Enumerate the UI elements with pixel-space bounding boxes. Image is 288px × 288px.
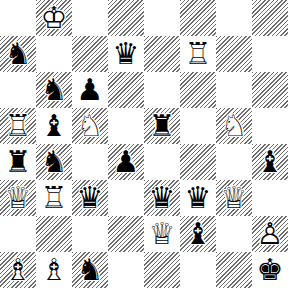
black-knight-glyph: ♞ <box>36 72 72 108</box>
square-a3[interactable]: ♛♕ <box>0 180 36 216</box>
square-d4[interactable]: ♟♟ <box>108 144 144 180</box>
black-rook-glyph: ♜ <box>144 108 180 144</box>
square-a2[interactable] <box>0 216 36 252</box>
square-b5[interactable]: ♝♝ <box>36 108 72 144</box>
square-a8[interactable] <box>0 0 36 36</box>
square-d6[interactable] <box>108 72 144 108</box>
white-bishop-glyph: ♗ <box>36 252 72 288</box>
white-queen-glyph: ♕ <box>0 180 36 216</box>
black-knight-glyph: ♞ <box>36 144 72 180</box>
black-queen-glyph: ♛ <box>180 180 216 216</box>
square-b7[interactable] <box>36 36 72 72</box>
square-c4[interactable] <box>72 144 108 180</box>
black-rook-icon: ♜♜ <box>144 108 180 144</box>
square-g5[interactable]: ♞♘ <box>216 108 252 144</box>
square-a5[interactable]: ♜♖ <box>0 108 36 144</box>
square-h1[interactable]: ♚♚ <box>252 252 288 288</box>
black-knight-glyph: ♞ <box>72 252 108 288</box>
square-c3[interactable]: ♛♛ <box>72 180 108 216</box>
black-bishop-glyph: ♝ <box>252 144 288 180</box>
square-d7[interactable]: ♛♛ <box>108 36 144 72</box>
square-h7[interactable] <box>252 36 288 72</box>
square-e3[interactable]: ♛♛ <box>144 180 180 216</box>
black-bishop-glyph: ♝ <box>180 216 216 252</box>
black-pawn-glyph: ♟ <box>108 144 144 180</box>
square-e1[interactable] <box>144 252 180 288</box>
square-g4[interactable] <box>216 144 252 180</box>
black-knight-icon: ♞♞ <box>0 36 36 72</box>
white-rook-icon: ♜♖ <box>0 108 36 144</box>
black-bishop-icon: ♝♝ <box>180 216 216 252</box>
black-pawn-icon: ♟♟ <box>108 144 144 180</box>
black-knight-glyph: ♞ <box>0 36 36 72</box>
white-knight-glyph: ♘ <box>72 108 108 144</box>
black-king-glyph: ♚ <box>252 252 288 288</box>
chess-board: ♚♔♞♞♛♛♜♖♞♞♟♟♜♖♝♝♞♘♜♜♞♘♜♜♞♞♟♟♝♝♛♕♜♖♛♛♛♛♛♛… <box>0 0 288 288</box>
square-e8[interactable] <box>144 0 180 36</box>
square-f3[interactable]: ♛♛ <box>180 180 216 216</box>
black-knight-icon: ♞♞ <box>36 72 72 108</box>
white-rook-glyph: ♖ <box>0 108 36 144</box>
square-d5[interactable] <box>108 108 144 144</box>
square-b2[interactable] <box>36 216 72 252</box>
square-g6[interactable] <box>216 72 252 108</box>
white-queen-glyph: ♕ <box>216 180 252 216</box>
square-h3[interactable] <box>252 180 288 216</box>
white-rook-glyph: ♖ <box>180 36 216 72</box>
square-a1[interactable]: ♝♗ <box>0 252 36 288</box>
white-rook-glyph: ♖ <box>36 180 72 216</box>
black-knight-icon: ♞♞ <box>36 144 72 180</box>
square-e4[interactable] <box>144 144 180 180</box>
square-e6[interactable] <box>144 72 180 108</box>
square-f6[interactable] <box>180 72 216 108</box>
white-pawn-glyph: ♙ <box>252 216 288 252</box>
white-pawn-icon: ♟♙ <box>252 216 288 252</box>
square-f4[interactable] <box>180 144 216 180</box>
square-h4[interactable]: ♝♝ <box>252 144 288 180</box>
black-queen-icon: ♛♛ <box>108 36 144 72</box>
black-bishop-icon: ♝♝ <box>36 108 72 144</box>
square-a7[interactable]: ♞♞ <box>0 36 36 72</box>
square-c2[interactable] <box>72 216 108 252</box>
white-knight-icon: ♞♘ <box>72 108 108 144</box>
black-pawn-icon: ♟♟ <box>72 72 108 108</box>
square-a4[interactable]: ♜♜ <box>0 144 36 180</box>
square-b8[interactable]: ♚♔ <box>36 0 72 36</box>
square-c1[interactable]: ♞♞ <box>72 252 108 288</box>
square-b3[interactable]: ♜♖ <box>36 180 72 216</box>
square-f1[interactable] <box>180 252 216 288</box>
square-g8[interactable] <box>216 0 252 36</box>
square-g2[interactable] <box>216 216 252 252</box>
square-f2[interactable]: ♝♝ <box>180 216 216 252</box>
black-rook-glyph: ♜ <box>0 144 36 180</box>
square-d2[interactable] <box>108 216 144 252</box>
black-bishop-icon: ♝♝ <box>252 144 288 180</box>
black-king-icon: ♚♚ <box>252 252 288 288</box>
square-b1[interactable]: ♝♗ <box>36 252 72 288</box>
square-d8[interactable] <box>108 0 144 36</box>
square-d3[interactable] <box>108 180 144 216</box>
black-queen-glyph: ♛ <box>144 180 180 216</box>
black-rook-icon: ♜♜ <box>0 144 36 180</box>
square-c5[interactable]: ♞♘ <box>72 108 108 144</box>
square-f8[interactable] <box>180 0 216 36</box>
square-e5[interactable]: ♜♜ <box>144 108 180 144</box>
square-b6[interactable]: ♞♞ <box>36 72 72 108</box>
square-h6[interactable] <box>252 72 288 108</box>
white-king-icon: ♚♔ <box>36 0 72 36</box>
square-c8[interactable] <box>72 0 108 36</box>
square-h2[interactable]: ♟♙ <box>252 216 288 252</box>
white-bishop-glyph: ♗ <box>0 252 36 288</box>
black-bishop-glyph: ♝ <box>36 108 72 144</box>
square-h5[interactable] <box>252 108 288 144</box>
square-h8[interactable] <box>252 0 288 36</box>
square-a6[interactable] <box>0 72 36 108</box>
white-bishop-icon: ♝♗ <box>0 252 36 288</box>
square-g1[interactable] <box>216 252 252 288</box>
square-d1[interactable] <box>108 252 144 288</box>
white-knight-icon: ♞♘ <box>216 108 252 144</box>
black-queen-icon: ♛♛ <box>144 180 180 216</box>
white-queen-icon: ♛♕ <box>0 180 36 216</box>
square-e7[interactable] <box>144 36 180 72</box>
white-bishop-icon: ♝♗ <box>36 252 72 288</box>
square-b4[interactable]: ♞♞ <box>36 144 72 180</box>
white-knight-glyph: ♘ <box>216 108 252 144</box>
square-f5[interactable] <box>180 108 216 144</box>
white-rook-icon: ♜♖ <box>180 36 216 72</box>
black-queen-glyph: ♛ <box>108 36 144 72</box>
black-pawn-glyph: ♟ <box>72 72 108 108</box>
black-queen-icon: ♛♛ <box>180 180 216 216</box>
white-king-glyph: ♔ <box>36 0 72 36</box>
white-queen-icon: ♛♕ <box>144 216 180 252</box>
square-g3[interactable]: ♛♕ <box>216 180 252 216</box>
white-queen-icon: ♛♕ <box>216 180 252 216</box>
square-e2[interactable]: ♛♕ <box>144 216 180 252</box>
square-c7[interactable] <box>72 36 108 72</box>
black-queen-icon: ♛♛ <box>72 180 108 216</box>
square-g7[interactable] <box>216 36 252 72</box>
square-f7[interactable]: ♜♖ <box>180 36 216 72</box>
black-knight-icon: ♞♞ <box>72 252 108 288</box>
black-queen-glyph: ♛ <box>72 180 108 216</box>
square-c6[interactable]: ♟♟ <box>72 72 108 108</box>
white-queen-glyph: ♕ <box>144 216 180 252</box>
white-rook-icon: ♜♖ <box>36 180 72 216</box>
